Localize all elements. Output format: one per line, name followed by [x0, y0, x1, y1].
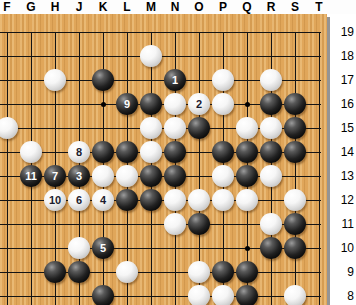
- white-stone-Q15[interactable]: [236, 117, 258, 139]
- white-stone-L13[interactable]: [116, 165, 138, 187]
- grid-line-col-S: [295, 32, 296, 305]
- column-label-K: K: [99, 1, 108, 13]
- black-stone-R14[interactable]: [260, 141, 282, 163]
- column-label-O: O: [194, 1, 203, 13]
- go-app-window: 1928117310645 FGHJKLMNOPQRST 19181716151…: [0, 0, 356, 305]
- move-number-label-8: 8: [68, 141, 90, 163]
- black-stone-L12[interactable]: [116, 189, 138, 211]
- black-stone-N13[interactable]: [164, 165, 186, 187]
- black-stone-S16[interactable]: [284, 93, 306, 115]
- black-stone-S14[interactable]: [284, 141, 306, 163]
- row-labels-strip: 1918171615141312111098: [330, 14, 356, 305]
- white-stone-M14[interactable]: [140, 141, 162, 163]
- white-stone-L9[interactable]: [116, 261, 138, 283]
- star-point-Q16: [245, 102, 250, 107]
- black-stone-S15[interactable]: [284, 117, 306, 139]
- grid-line-row-19: [0, 32, 321, 33]
- row-label-15: 15: [332, 122, 354, 134]
- white-stone-R15[interactable]: [260, 117, 282, 139]
- black-stone-O11[interactable]: [188, 213, 210, 235]
- black-stone-S11[interactable]: [284, 213, 306, 235]
- move-number-label-6: 6: [68, 189, 90, 211]
- white-stone-K12[interactable]: 4: [92, 189, 114, 211]
- black-stone-L16[interactable]: 9: [116, 93, 138, 115]
- row-label-19: 19: [332, 26, 354, 38]
- move-number-label-1: 1: [164, 69, 186, 91]
- black-stone-J9[interactable]: [68, 261, 90, 283]
- white-stone-Q12[interactable]: [236, 189, 258, 211]
- move-number-label-4: 4: [92, 189, 114, 211]
- white-stone-N11[interactable]: [164, 213, 186, 235]
- black-stone-K10[interactable]: 5: [92, 237, 114, 259]
- white-stone-G14[interactable]: [20, 141, 42, 163]
- white-stone-O9[interactable]: [188, 261, 210, 283]
- white-stone-P17[interactable]: [212, 69, 234, 91]
- move-number-label-10: 10: [44, 189, 66, 211]
- row-label-11: 11: [332, 218, 354, 230]
- white-stone-N15[interactable]: [164, 117, 186, 139]
- row-label-12: 12: [332, 194, 354, 206]
- white-stone-R11[interactable]: [260, 213, 282, 235]
- white-stone-J10[interactable]: [68, 237, 90, 259]
- go-board[interactable]: 1928117310645: [0, 14, 327, 305]
- column-label-Q: Q: [242, 1, 251, 13]
- move-number-label-2: 2: [188, 93, 210, 115]
- column-label-S: S: [291, 1, 299, 13]
- black-stone-N14[interactable]: [164, 141, 186, 163]
- black-stone-K8[interactable]: [92, 285, 114, 305]
- black-stone-K14[interactable]: [92, 141, 114, 163]
- white-stone-R17[interactable]: [260, 69, 282, 91]
- row-label-8: 8: [332, 290, 354, 302]
- column-label-P: P: [219, 1, 227, 13]
- row-label-10: 10: [332, 242, 354, 254]
- white-stone-N12[interactable]: [164, 189, 186, 211]
- row-label-17: 17: [332, 74, 354, 86]
- column-label-H: H: [51, 1, 60, 13]
- white-stone-S12[interactable]: [284, 189, 306, 211]
- move-number-label-5: 5: [92, 237, 114, 259]
- black-stone-M13[interactable]: [140, 165, 162, 187]
- black-stone-M12[interactable]: [140, 189, 162, 211]
- grid-line-col-T: [319, 32, 320, 305]
- white-stone-P12[interactable]: [212, 189, 234, 211]
- white-stone-M15[interactable]: [140, 117, 162, 139]
- star-point-K16: [101, 102, 106, 107]
- column-label-M: M: [146, 1, 156, 13]
- white-stone-P13[interactable]: [212, 165, 234, 187]
- white-stone-O16[interactable]: 2: [188, 93, 210, 115]
- move-number-label-3: 3: [68, 165, 90, 187]
- black-stone-L14[interactable]: [116, 141, 138, 163]
- column-label-T: T: [315, 1, 322, 13]
- white-stone-O8[interactable]: [188, 285, 210, 305]
- column-label-R: R: [267, 1, 276, 13]
- white-stone-P16[interactable]: [212, 93, 234, 115]
- row-label-16: 16: [332, 98, 354, 110]
- black-stone-M16[interactable]: [140, 93, 162, 115]
- white-stone-S8[interactable]: [284, 285, 306, 305]
- white-stone-P8[interactable]: [212, 285, 234, 305]
- black-stone-H9[interactable]: [44, 261, 66, 283]
- black-stone-K17[interactable]: [92, 69, 114, 91]
- move-number-label-11: 11: [20, 165, 42, 187]
- black-stone-Q8[interactable]: [236, 285, 258, 305]
- black-stone-Q13[interactable]: [236, 165, 258, 187]
- black-stone-P9[interactable]: [212, 261, 234, 283]
- star-point-Q10: [245, 246, 250, 251]
- column-label-N: N: [171, 1, 180, 13]
- row-label-14: 14: [332, 146, 354, 158]
- column-label-G: G: [26, 1, 35, 13]
- white-stone-H17[interactable]: [44, 69, 66, 91]
- white-stone-K13[interactable]: [92, 165, 114, 187]
- row-label-9: 9: [332, 266, 354, 278]
- move-number-label-7: 7: [44, 165, 66, 187]
- move-number-label-9: 9: [116, 93, 138, 115]
- white-stone-M18[interactable]: [140, 45, 162, 67]
- black-stone-H13[interactable]: 7: [44, 165, 66, 187]
- black-stone-J13[interactable]: 3: [68, 165, 90, 187]
- white-stone-R13[interactable]: [260, 165, 282, 187]
- column-label-L: L: [123, 1, 130, 13]
- black-stone-N17[interactable]: 1: [164, 69, 186, 91]
- row-label-13: 13: [332, 170, 354, 182]
- white-stone-J12[interactable]: 6: [68, 189, 90, 211]
- white-stone-N16[interactable]: [164, 93, 186, 115]
- black-stone-R10[interactable]: [260, 237, 282, 259]
- column-label-F: F: [3, 1, 10, 13]
- black-stone-P14[interactable]: [212, 141, 234, 163]
- black-stone-S10[interactable]: [284, 237, 306, 259]
- grid-line-col-F: [7, 32, 8, 305]
- black-stone-O15[interactable]: [188, 117, 210, 139]
- column-labels-strip: FGHJKLMNOPQRST: [0, 0, 356, 14]
- black-stone-Q14[interactable]: [236, 141, 258, 163]
- row-label-18: 18: [332, 50, 354, 62]
- white-stone-O12[interactable]: [188, 189, 210, 211]
- white-stone-J14[interactable]: 8: [68, 141, 90, 163]
- white-stone-F15[interactable]: [0, 117, 18, 139]
- white-stone-H12[interactable]: 10: [44, 189, 66, 211]
- grid-line-row-8: [0, 296, 321, 297]
- black-stone-Q9[interactable]: [236, 261, 258, 283]
- column-label-J: J: [76, 1, 83, 13]
- black-stone-G13[interactable]: 11: [20, 165, 42, 187]
- black-stone-R16[interactable]: [260, 93, 282, 115]
